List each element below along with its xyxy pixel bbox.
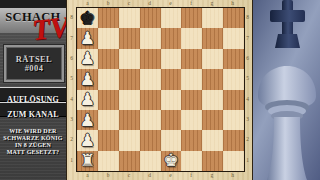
square-h2[interactable] (223, 130, 244, 150)
square-e4[interactable] (161, 90, 182, 110)
coord-label-h: h (222, 173, 243, 179)
coord-label-6: 6 (243, 48, 252, 68)
sidebar-top-strip (0, 0, 66, 8)
square-d6[interactable] (140, 49, 161, 69)
square-f1[interactable] (181, 151, 202, 171)
coord-label-a: a (77, 173, 98, 179)
king-decoration-icon (253, 0, 320, 180)
square-g3[interactable] (202, 110, 223, 130)
file-labels-top: abcdefgh (77, 1, 243, 7)
right-panel (253, 0, 320, 180)
square-a3[interactable]: ♟ (77, 110, 98, 130)
square-a1[interactable]: ♜ (77, 151, 98, 171)
white-rook[interactable]: ♜ (80, 152, 95, 169)
square-g1[interactable] (202, 151, 223, 171)
square-e5[interactable] (161, 69, 182, 89)
coord-label-h: h (222, 1, 243, 7)
square-c2[interactable] (119, 130, 140, 150)
square-b1[interactable] (98, 151, 119, 171)
square-g7[interactable] (202, 28, 223, 48)
square-a7[interactable]: ♟ (77, 28, 98, 48)
square-e2[interactable] (161, 130, 182, 150)
square-f2[interactable] (181, 130, 202, 150)
square-b5[interactable] (98, 69, 119, 89)
zum-kanal-label: ZUM KANAL (7, 110, 58, 119)
square-g5[interactable] (202, 69, 223, 89)
square-h1[interactable] (223, 151, 244, 171)
coord-label-1: 1 (67, 150, 76, 170)
white-king[interactable]: ♚ (163, 152, 178, 169)
square-h4[interactable] (223, 90, 244, 110)
coord-label-f: f (181, 1, 202, 7)
square-d3[interactable] (140, 110, 161, 130)
square-e6[interactable] (161, 49, 182, 69)
coord-label-5: 5 (243, 68, 252, 88)
square-a2[interactable]: ♟ (77, 130, 98, 150)
puzzle-question: WIE WIRD DER SCHWARZE KÖNIG IN 8 ZÜGEN M… (0, 128, 66, 156)
coord-label-8: 8 (243, 7, 252, 27)
plaque-number: #004 (25, 64, 44, 73)
square-a8[interactable]: ♚ (77, 8, 98, 28)
coord-label-f: f (181, 173, 202, 179)
question-line-1: WIE WIRD DER (0, 128, 66, 135)
square-g8[interactable] (202, 8, 223, 28)
coord-label-b: b (98, 173, 119, 179)
square-g2[interactable] (202, 130, 223, 150)
coord-label-2: 2 (67, 129, 76, 149)
question-line-3: IN 8 ZÜGEN (0, 142, 66, 149)
square-a5[interactable]: ♟ (77, 69, 98, 89)
coord-label-8: 8 (67, 7, 76, 27)
file-labels-bottom: abcdefgh (77, 173, 243, 179)
square-a4[interactable]: ♟ (77, 90, 98, 110)
square-e7[interactable] (161, 28, 182, 48)
coord-label-7: 7 (243, 27, 252, 47)
square-c5[interactable] (119, 69, 140, 89)
question-line-4: MATT GESETZT? (0, 149, 66, 156)
square-c8[interactable] (119, 8, 140, 28)
rank-labels-right: 87654321 (243, 7, 252, 170)
thumbnail: SCHACH TV RÄTSEL #004 AUFLÖSUNG ZUM KANA… (0, 0, 320, 180)
square-b3[interactable] (98, 110, 119, 130)
square-b2[interactable] (98, 130, 119, 150)
rank-labels-left: 87654321 (67, 7, 76, 170)
sidebar: SCHACH TV RÄTSEL #004 AUFLÖSUNG ZUM KANA… (0, 0, 66, 180)
square-f5[interactable] (181, 69, 202, 89)
white-pawn[interactable]: ♟ (80, 71, 95, 88)
square-f6[interactable] (181, 49, 202, 69)
square-f3[interactable] (181, 110, 202, 130)
square-g4[interactable] (202, 90, 223, 110)
square-c1[interactable] (119, 151, 140, 171)
square-h8[interactable] (223, 8, 244, 28)
square-f8[interactable] (181, 8, 202, 28)
coord-label-d: d (139, 1, 160, 7)
zum-kanal-button[interactable]: ZUM KANAL (0, 102, 66, 117)
coord-label-3: 3 (67, 109, 76, 129)
coord-label-4: 4 (243, 89, 252, 109)
coord-label-5: 5 (67, 68, 76, 88)
question-line-2: SCHWARZE KÖNIG (0, 135, 66, 142)
square-a6[interactable]: ♟ (77, 49, 98, 69)
coord-label-b: b (98, 1, 119, 7)
square-c6[interactable] (119, 49, 140, 69)
coord-label-1: 1 (243, 150, 252, 170)
white-pawn[interactable]: ♟ (80, 112, 95, 129)
square-e1[interactable]: ♚ (161, 151, 182, 171)
board-frame: abcdefgh abcdefgh 87654321 87654321 ♚♟♟♟… (66, 0, 253, 180)
square-f7[interactable] (181, 28, 202, 48)
coord-label-d: d (139, 173, 160, 179)
white-pawn[interactable]: ♟ (80, 91, 95, 108)
square-e3[interactable] (161, 110, 182, 130)
square-d8[interactable] (140, 8, 161, 28)
square-c7[interactable] (119, 28, 140, 48)
chess-board: ♚♟♟♟♟♟♟♜♚ (76, 7, 245, 172)
coord-label-e: e (160, 1, 181, 7)
square-b8[interactable] (98, 8, 119, 28)
coord-label-e: e (160, 173, 181, 179)
coord-label-c: c (119, 173, 140, 179)
coord-label-7: 7 (67, 27, 76, 47)
square-h5[interactable] (223, 69, 244, 89)
square-d5[interactable] (140, 69, 161, 89)
square-d4[interactable] (140, 90, 161, 110)
white-pawn[interactable]: ♟ (80, 132, 95, 149)
white-pawn[interactable]: ♟ (80, 30, 95, 47)
square-h6[interactable] (223, 49, 244, 69)
black-king[interactable]: ♚ (80, 10, 95, 27)
coord-label-g: g (202, 173, 223, 179)
square-b6[interactable] (98, 49, 119, 69)
puzzle-number-plaque: RÄTSEL #004 (4, 45, 64, 82)
coord-label-g: g (202, 1, 223, 7)
square-c3[interactable] (119, 110, 140, 130)
square-d7[interactable] (140, 28, 161, 48)
square-d1[interactable] (140, 151, 161, 171)
square-d2[interactable] (140, 130, 161, 150)
coord-label-3: 3 (243, 109, 252, 129)
coord-label-a: a (77, 1, 98, 7)
aufloesung-button[interactable]: AUFLÖSUNG (0, 87, 66, 102)
logo-tv: TV (30, 11, 66, 45)
square-b7[interactable] (98, 28, 119, 48)
coord-label-6: 6 (67, 48, 76, 68)
square-h7[interactable] (223, 28, 244, 48)
square-h3[interactable] (223, 110, 244, 130)
square-b4[interactable] (98, 90, 119, 110)
square-f4[interactable] (181, 90, 202, 110)
coord-label-c: c (119, 1, 140, 7)
white-pawn[interactable]: ♟ (80, 50, 95, 67)
square-g6[interactable] (202, 49, 223, 69)
coord-label-2: 2 (243, 129, 252, 149)
square-e8[interactable] (161, 8, 182, 28)
coord-label-4: 4 (67, 89, 76, 109)
square-c4[interactable] (119, 90, 140, 110)
